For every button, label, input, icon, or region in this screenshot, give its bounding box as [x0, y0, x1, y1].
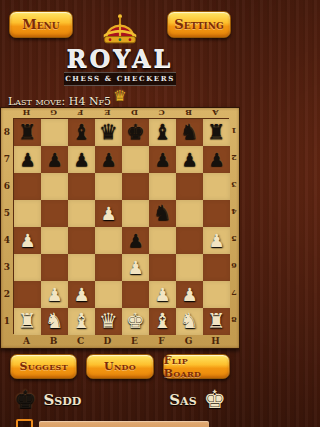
suggest-button[interactable]: Suggest [10, 354, 77, 379]
file-label-bottom-h: H [202, 334, 229, 348]
square-a3[interactable] [14, 254, 41, 281]
app-title: ROYAL [0, 49, 240, 69]
square-c5[interactable] [68, 200, 95, 227]
square-a4[interactable]: ♟ [14, 227, 41, 254]
undo-button[interactable]: Undo [86, 354, 153, 379]
square-a7[interactable]: ♟ [14, 146, 41, 173]
square-a5[interactable] [14, 200, 41, 227]
rank-label-left-2: 2 [1, 280, 13, 307]
setting-button[interactable]: Setting [167, 11, 231, 38]
black-knight[interactable]: ♞ [149, 200, 176, 227]
square-d2[interactable] [95, 281, 122, 308]
square-c3[interactable] [68, 254, 95, 281]
file-label-top-d: D [121, 108, 148, 118]
square-b8[interactable] [41, 119, 68, 146]
rank-label-left-8: 8 [1, 118, 13, 145]
square-f3[interactable] [149, 254, 176, 281]
file-label-top-a: A [202, 108, 229, 118]
rank-label-left-6: 6 [1, 172, 13, 199]
rank-labels-right: 12345678 [229, 118, 239, 334]
square-b7[interactable]: ♟ [41, 146, 68, 173]
white-pawn[interactable]: ♟ [68, 281, 95, 308]
square-f7[interactable]: ♟ [149, 146, 176, 173]
square-g3[interactable] [176, 254, 203, 281]
square-f1[interactable]: ♝ [149, 308, 176, 335]
square-d6[interactable] [95, 173, 122, 200]
square-e3[interactable]: ♟ [122, 254, 149, 281]
rank-label-right-6: 6 [229, 253, 239, 280]
rank-label-right-4: 4 [229, 199, 239, 226]
square-d7[interactable]: ♟ [95, 146, 122, 173]
rank-label-right-3: 3 [229, 172, 239, 199]
square-c4[interactable] [68, 227, 95, 254]
menu-button[interactable]: Menu [9, 11, 73, 38]
white-knight[interactable]: ♞ [176, 308, 203, 335]
rank-label-left-4: 4 [1, 226, 13, 253]
chess-board-frame: HGFEDCBA 87654321 ♜♝♛♚♝♞♜♟♟♟♟♟♟♟♟♞♟♟♟♟♟♟… [0, 107, 240, 349]
white-player-name: Sas [169, 391, 196, 409]
file-label-bottom-e: E [121, 334, 148, 348]
white-pawn[interactable]: ♟ [203, 227, 230, 254]
file-labels-top: HGFEDCBA [13, 108, 229, 118]
square-c6[interactable] [68, 173, 95, 200]
square-c7[interactable]: ♟ [68, 146, 95, 173]
app-screen: Menu Setting ROYAL CHESS & CHECKERS Last… [0, 0, 240, 427]
square-e6[interactable] [122, 173, 149, 200]
white-queen[interactable]: ♛ [95, 308, 122, 335]
rank-label-right-1: 1 [229, 118, 239, 145]
white-pawn[interactable]: ♟ [41, 281, 68, 308]
suggest-button-label: Suggest [19, 360, 68, 373]
square-h1[interactable]: ♜ [203, 308, 230, 335]
square-g2[interactable]: ♟ [176, 281, 203, 308]
white-player-piece-icon: ♚ [204, 385, 226, 415]
black-pawn[interactable]: ♟ [176, 146, 203, 173]
white-pawn[interactable]: ♟ [95, 200, 122, 227]
square-c2[interactable]: ♟ [68, 281, 95, 308]
rank-label-left-5: 5 [1, 199, 13, 226]
rank-label-right-2: 2 [229, 145, 239, 172]
white-pawn[interactable]: ♟ [122, 254, 149, 281]
square-b6[interactable] [41, 173, 68, 200]
square-a2[interactable] [14, 281, 41, 308]
file-label-top-b: B [175, 108, 202, 118]
file-label-top-f: F [67, 108, 94, 118]
black-bishop[interactable]: ♝ [68, 119, 95, 146]
file-label-top-h: H [13, 108, 40, 118]
app-subtitle: CHESS & CHECKERS [64, 72, 176, 86]
bottom-banner [0, 419, 240, 427]
white-player: Sas ♚ [169, 385, 226, 415]
file-label-bottom-a: A [13, 334, 40, 348]
white-rook[interactable]: ♜ [14, 308, 41, 335]
square-e8[interactable]: ♚ [122, 119, 149, 146]
black-queen[interactable]: ♛ [95, 119, 122, 146]
flip-board-button[interactable]: Flip Board [163, 354, 230, 379]
square-d5[interactable]: ♟ [95, 200, 122, 227]
square-d3[interactable] [95, 254, 122, 281]
toolbar: Suggest Undo Flip Board [0, 354, 240, 379]
square-d1[interactable]: ♛ [95, 308, 122, 335]
rank-label-right-8: 8 [229, 307, 239, 334]
black-rook[interactable]: ♜ [14, 119, 41, 146]
status-line: Last move: H4 Nf5 ♛ [0, 90, 240, 104]
file-label-bottom-b: B [40, 334, 67, 348]
banner-strip[interactable] [39, 421, 209, 427]
black-knight[interactable]: ♞ [176, 119, 203, 146]
square-d8[interactable]: ♛ [95, 119, 122, 146]
square-f6[interactable] [149, 173, 176, 200]
square-h2[interactable] [203, 281, 230, 308]
black-pawn[interactable]: ♟ [41, 146, 68, 173]
white-rook[interactable]: ♜ [203, 308, 230, 335]
square-f8[interactable]: ♝ [149, 119, 176, 146]
white-bishop[interactable]: ♝ [68, 308, 95, 335]
rank-label-right-5: 5 [229, 226, 239, 253]
black-rook[interactable]: ♜ [203, 119, 230, 146]
menu-button-label: Menu [22, 17, 59, 32]
square-b3[interactable] [41, 254, 68, 281]
square-b5[interactable] [41, 200, 68, 227]
square-d4[interactable] [95, 227, 122, 254]
board-squares: ♜♝♛♚♝♞♜♟♟♟♟♟♟♟♟♞♟♟♟♟♟♟♟♟♜♞♝♛♚♝♞♜ [13, 118, 229, 334]
square-h4[interactable]: ♟ [203, 227, 230, 254]
rank-label-left-1: 1 [1, 307, 13, 334]
file-label-top-g: G [40, 108, 67, 118]
players-row: ♚ Ssdd Sas ♚ [0, 384, 240, 416]
rank-label-right-7: 7 [229, 280, 239, 307]
square-g8[interactable]: ♞ [176, 119, 203, 146]
white-bishop[interactable]: ♝ [149, 308, 176, 335]
rank-labels-left: 87654321 [1, 118, 13, 334]
square-c8[interactable]: ♝ [68, 119, 95, 146]
white-pawn[interactable]: ♟ [176, 281, 203, 308]
black-pawn[interactable]: ♟ [68, 146, 95, 173]
black-pawn[interactable]: ♟ [14, 146, 41, 173]
square-h5[interactable] [203, 200, 230, 227]
square-h8[interactable]: ♜ [203, 119, 230, 146]
undo-button-label: Undo [104, 360, 136, 373]
square-b1[interactable]: ♞ [41, 308, 68, 335]
square-e5[interactable] [122, 200, 149, 227]
white-king[interactable]: ♚ [122, 308, 149, 335]
square-e1[interactable]: ♚ [122, 308, 149, 335]
file-label-top-e: E [94, 108, 121, 118]
square-a1[interactable]: ♜ [14, 308, 41, 335]
file-labels-bottom: ABCDEFGH [13, 334, 229, 348]
square-g4[interactable] [176, 227, 203, 254]
black-player: ♚ Ssdd [14, 385, 81, 415]
white-pawn[interactable]: ♟ [14, 227, 41, 254]
black-pawn[interactable]: ♟ [122, 227, 149, 254]
black-pawn[interactable]: ♟ [95, 146, 122, 173]
black-king[interactable]: ♚ [122, 119, 149, 146]
white-knight[interactable]: ♞ [41, 308, 68, 335]
file-label-bottom-f: F [148, 334, 175, 348]
black-pawn[interactable]: ♟ [203, 146, 230, 173]
black-pawn[interactable]: ♟ [149, 146, 176, 173]
file-label-bottom-g: G [175, 334, 202, 348]
file-label-bottom-c: C [67, 334, 94, 348]
black-player-name: Ssdd [43, 391, 81, 409]
black-bishop[interactable]: ♝ [149, 119, 176, 146]
square-b4[interactable] [41, 227, 68, 254]
square-h7[interactable]: ♟ [203, 146, 230, 173]
square-a6[interactable] [14, 173, 41, 200]
square-e2[interactable] [122, 281, 149, 308]
square-b2[interactable]: ♟ [41, 281, 68, 308]
square-f5[interactable]: ♞ [149, 200, 176, 227]
square-g5[interactable] [176, 200, 203, 227]
file-label-top-c: C [148, 108, 175, 118]
square-g1[interactable]: ♞ [176, 308, 203, 335]
gold-crown-ornament-icon: ♛ [95, 87, 145, 107]
square-h6[interactable] [203, 173, 230, 200]
file-label-bottom-d: D [94, 334, 121, 348]
square-a8[interactable]: ♜ [14, 119, 41, 146]
rank-label-left-7: 7 [1, 145, 13, 172]
square-c1[interactable]: ♝ [68, 308, 95, 335]
monitor-icon[interactable] [16, 419, 33, 427]
square-h3[interactable] [203, 254, 230, 281]
square-g6[interactable] [176, 173, 203, 200]
flip-board-button-label: Flip Board [164, 354, 229, 380]
square-e7[interactable] [122, 146, 149, 173]
setting-button-label: Setting [174, 17, 223, 32]
white-pawn[interactable]: ♟ [149, 281, 176, 308]
rank-label-left-3: 3 [1, 253, 13, 280]
square-e4[interactable]: ♟ [122, 227, 149, 254]
black-player-piece-icon: ♚ [14, 385, 36, 415]
square-f2[interactable]: ♟ [149, 281, 176, 308]
square-f4[interactable] [149, 227, 176, 254]
square-g7[interactable]: ♟ [176, 146, 203, 173]
